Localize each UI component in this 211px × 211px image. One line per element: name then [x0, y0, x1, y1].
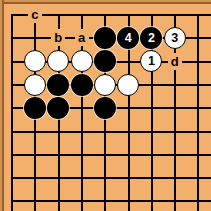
point-r2c5 — [93, 26, 116, 49]
point-r6c4 — [70, 119, 93, 142]
point-r8c4 — [70, 166, 93, 189]
white-stone — [117, 74, 139, 96]
board-grid: cba4231d — [0, 3, 210, 211]
point-r3c5 — [93, 50, 116, 73]
point-r3c3 — [47, 50, 70, 73]
point-r6c3 — [47, 119, 70, 142]
move-number: 3 — [171, 32, 178, 45]
point-r7c8 — [163, 143, 186, 166]
black-stone — [24, 97, 46, 119]
point-label-b: b — [51, 29, 65, 46]
white-stone — [71, 50, 93, 72]
point-r5c5 — [93, 96, 116, 119]
point-r4c2 — [23, 73, 46, 96]
point-r3c4 — [70, 50, 93, 73]
white-stone — [94, 74, 116, 96]
point-r1c9 — [186, 3, 209, 26]
point-r7c4 — [70, 143, 93, 166]
point-r9c8 — [163, 189, 186, 211]
point-r6c2 — [23, 119, 46, 142]
point-r8c9 — [186, 166, 209, 189]
point-r8c7 — [140, 166, 163, 189]
point-r8c3 — [47, 166, 70, 189]
point-r6c9 — [186, 119, 209, 142]
point-r6c6 — [116, 119, 139, 142]
point-r5c2 — [23, 96, 46, 119]
point-label-c: c — [28, 6, 42, 23]
point-r2c9 — [186, 26, 209, 49]
point-r6c8 — [163, 119, 186, 142]
point-r6c7 — [140, 119, 163, 142]
point-r3c2 — [23, 50, 46, 73]
point-r2c3: b — [47, 26, 70, 49]
black-stone-2: 2 — [140, 27, 162, 49]
point-r1c6 — [116, 3, 139, 26]
point-r5c9 — [186, 96, 209, 119]
move-number: 4 — [125, 32, 132, 45]
point-r2c6: 4 — [116, 26, 139, 49]
point-r9c3 — [47, 189, 70, 211]
point-r5c8 — [163, 96, 186, 119]
point-r6c5 — [93, 119, 116, 142]
point-r3c7: 1 — [140, 50, 163, 73]
point-r4c8 — [163, 73, 186, 96]
point-r7c3 — [47, 143, 70, 166]
point-r2c4: a — [70, 26, 93, 49]
black-stone — [47, 74, 69, 96]
point-r4c4 — [70, 73, 93, 96]
black-stone — [71, 74, 93, 96]
point-r9c9 — [186, 189, 209, 211]
board-edge-left — [0, 0, 4, 211]
go-diagram: cba4231d — [0, 0, 211, 211]
point-r5c7 — [140, 96, 163, 119]
point-r5c3 — [47, 96, 70, 119]
point-label-d: d — [168, 53, 182, 70]
point-r8c5 — [93, 166, 116, 189]
point-r4c5 — [93, 73, 116, 96]
point-r8c8 — [163, 166, 186, 189]
point-r1c8 — [163, 3, 186, 26]
point-r9c6 — [116, 189, 139, 211]
point-r5c6 — [116, 96, 139, 119]
point-r8c2 — [23, 166, 46, 189]
black-stone — [47, 97, 69, 119]
point-r7c9 — [186, 143, 209, 166]
point-r7c2 — [23, 143, 46, 166]
point-r3c9 — [186, 50, 209, 73]
point-r4c3 — [47, 73, 70, 96]
white-stone — [24, 50, 46, 72]
point-r4c7 — [140, 73, 163, 96]
black-stone-4: 4 — [117, 27, 139, 49]
point-r7c7 — [140, 143, 163, 166]
point-r9c5 — [93, 189, 116, 211]
white-stone-3: 3 — [164, 27, 186, 49]
point-r9c2 — [23, 189, 46, 211]
point-r4c9 — [186, 73, 209, 96]
board-edge-top — [0, 0, 211, 4]
point-r2c7: 2 — [140, 26, 163, 49]
black-stone — [94, 27, 116, 49]
move-number: 2 — [148, 32, 155, 45]
point-r1c3 — [47, 3, 70, 26]
point-r5c4 — [70, 96, 93, 119]
point-r4c6 — [116, 73, 139, 96]
point-r1c5 — [93, 3, 116, 26]
point-r3c6 — [116, 50, 139, 73]
white-stone-1: 1 — [140, 50, 162, 72]
point-label-a: a — [75, 29, 89, 46]
point-r1c7 — [140, 3, 163, 26]
point-r2c2 — [23, 26, 46, 49]
point-r3c8: d — [163, 50, 186, 73]
point-r9c7 — [140, 189, 163, 211]
white-stone — [47, 50, 69, 72]
go-board: cba4231d — [0, 0, 211, 211]
point-r8c6 — [116, 166, 139, 189]
point-r1c4 — [70, 3, 93, 26]
white-stone — [24, 74, 46, 96]
point-r1c2: c — [23, 3, 46, 26]
point-r7c6 — [116, 143, 139, 166]
point-r2c8: 3 — [163, 26, 186, 49]
point-r7c5 — [93, 143, 116, 166]
move-number: 1 — [148, 55, 155, 68]
black-stone — [94, 97, 116, 119]
point-r9c4 — [70, 189, 93, 211]
black-stone — [94, 50, 116, 72]
